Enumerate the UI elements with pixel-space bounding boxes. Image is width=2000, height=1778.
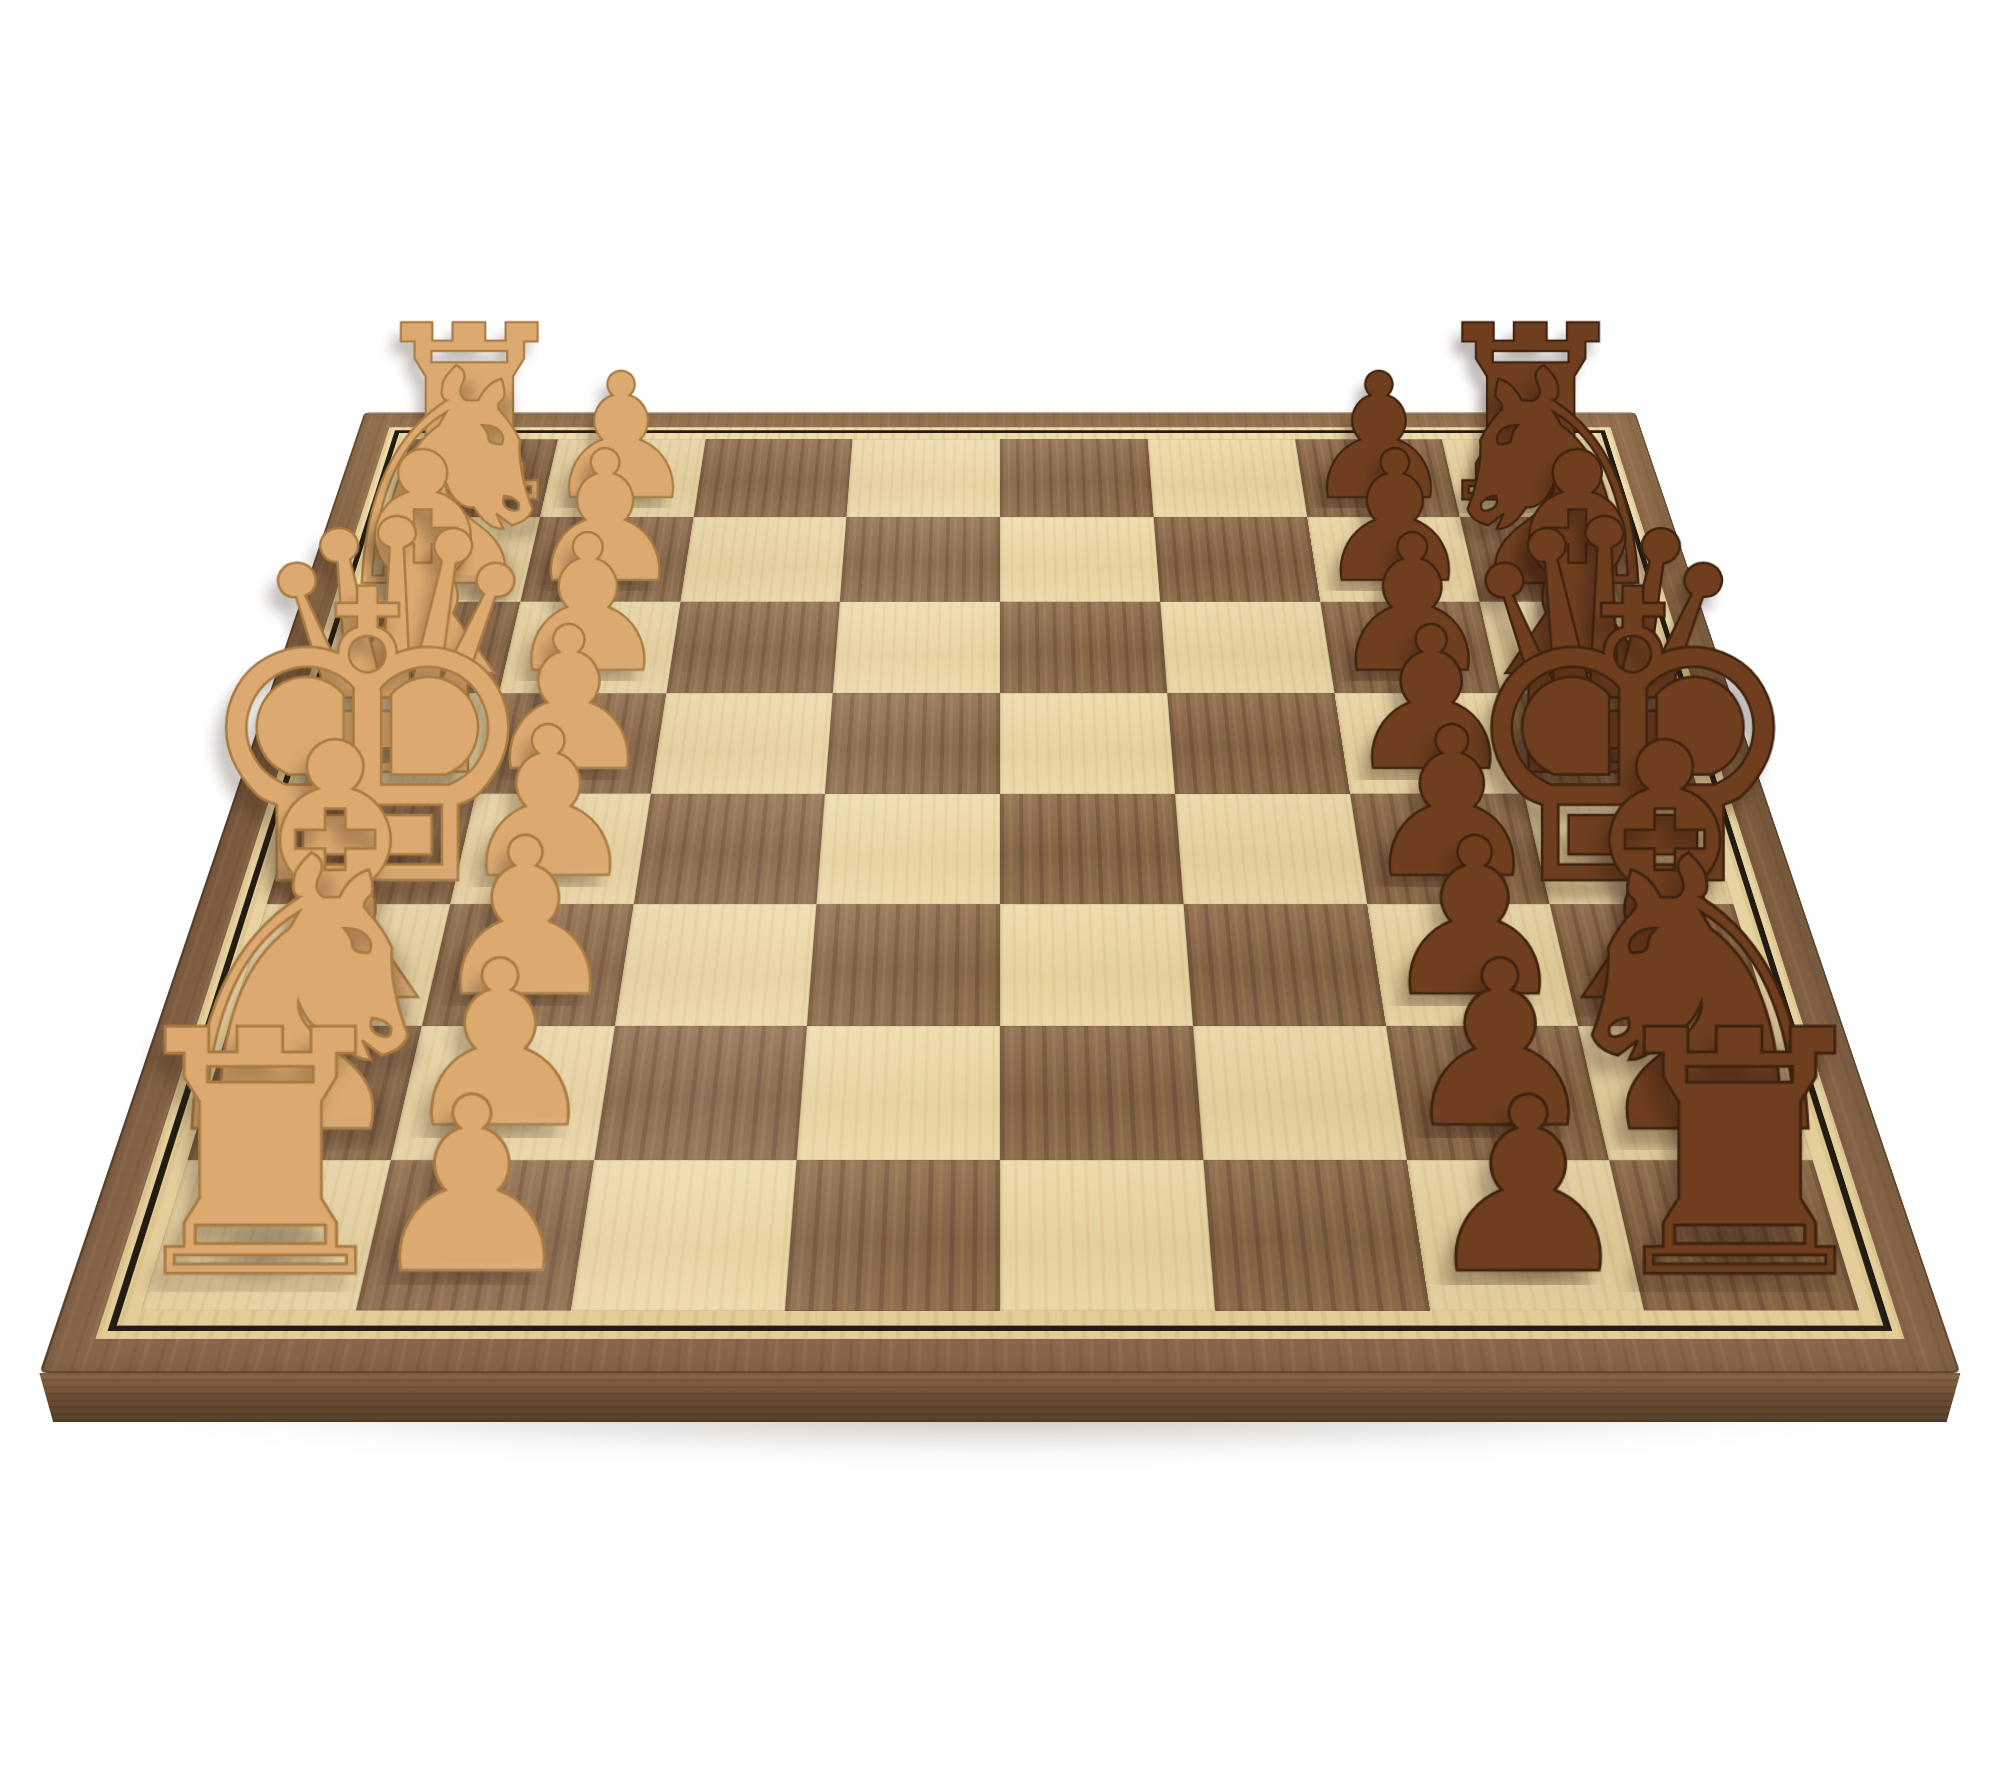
square-c3[interactable]	[666, 601, 840, 693]
square-c5[interactable]	[1000, 601, 1167, 693]
square-a5[interactable]	[1000, 439, 1153, 517]
chess-board: ♜♟♟♜♞♟♟♞♝♟♟♝♛♟♟♛♚♟♟♚♝♟♟♝♞♟♟♞♜♟♟♜	[39, 413, 1960, 1374]
square-d4[interactable]	[825, 693, 1000, 793]
square-h3[interactable]	[570, 1160, 796, 1310]
square-c6[interactable]	[1160, 601, 1334, 693]
square-f4[interactable]	[807, 904, 1000, 1026]
square-a3[interactable]	[693, 439, 852, 517]
square-g4[interactable]	[797, 1026, 1000, 1161]
square-a6[interactable]	[1147, 439, 1306, 517]
chessboard-photo: ♜♟♟♜♞♟♟♞♝♟♟♝♛♟♟♛♚♟♟♚♝♟♟♝♞♟♟♞♜♟♟♜	[0, 0, 2000, 1778]
square-h1[interactable]: ♜	[141, 1160, 391, 1310]
square-h5[interactable]	[1000, 1160, 1215, 1310]
square-f6[interactable]	[1183, 904, 1385, 1026]
square-g5[interactable]	[1000, 1026, 1203, 1161]
square-g3[interactable]	[594, 1026, 808, 1161]
square-g6[interactable]	[1193, 1026, 1407, 1161]
square-h2[interactable]: ♟	[356, 1160, 594, 1310]
square-d3[interactable]	[650, 693, 833, 793]
board-squares-grid: ♜♟♟♜♞♟♟♞♝♟♟♝♛♟♟♛♚♟♟♚♝♟♟♝♞♟♟♞♜♟♟♜	[141, 439, 1859, 1310]
square-h8[interactable]: ♜	[1609, 1160, 1859, 1310]
square-h4[interactable]	[785, 1160, 1000, 1310]
square-e4[interactable]	[817, 794, 1000, 904]
square-b6[interactable]	[1153, 517, 1319, 601]
square-f3[interactable]	[615, 904, 817, 1026]
white-pawn[interactable]: ♟	[364, 1066, 581, 1308]
square-e3[interactable]	[633, 794, 825, 904]
square-h6[interactable]	[1203, 1160, 1429, 1310]
square-e6[interactable]	[1175, 794, 1367, 904]
square-d5[interactable]	[1000, 693, 1175, 793]
square-f5[interactable]	[1000, 904, 1193, 1026]
square-d6[interactable]	[1167, 693, 1350, 793]
square-e5[interactable]	[1000, 794, 1183, 904]
board-front-edge	[39, 1373, 1960, 1422]
square-b4[interactable]	[840, 517, 1000, 601]
square-b5[interactable]	[1000, 517, 1160, 601]
square-c4[interactable]	[833, 601, 1000, 693]
square-b3[interactable]	[680, 517, 846, 601]
square-a4[interactable]	[847, 439, 1000, 517]
